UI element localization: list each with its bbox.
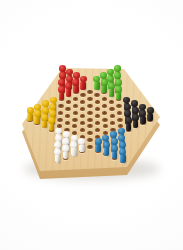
- board-hole[interactable]: [65, 121, 70, 125]
- yellow-peg-head: [48, 117, 55, 124]
- board-hole[interactable]: [73, 104, 78, 108]
- green-peg-body: [101, 85, 106, 93]
- white-peg-head: [54, 142, 61, 149]
- blue-peg-head: [119, 142, 126, 149]
- red-peg-head: [58, 86, 65, 93]
- black-peg-head: [124, 104, 131, 111]
- green-peg-body: [109, 88, 114, 96]
- board-hole[interactable]: [72, 118, 77, 122]
- black-peg-head: [132, 114, 139, 121]
- black-peg-body: [147, 113, 152, 121]
- peg-red[interactable]: [79, 76, 87, 90]
- blue-peg-body: [104, 147, 109, 155]
- white-peg-head: [63, 131, 70, 138]
- board-hole[interactable]: [87, 104, 92, 108]
- board-hole[interactable]: [95, 100, 100, 104]
- yellow-peg-head: [50, 97, 57, 104]
- blue-peg-body: [120, 154, 125, 162]
- board-hole[interactable]: [80, 121, 85, 125]
- white-peg-body: [63, 151, 68, 159]
- board-hole[interactable]: [116, 104, 121, 108]
- peg-blue[interactable]: [119, 149, 127, 163]
- board-hole[interactable]: [117, 111, 122, 115]
- board-hole[interactable]: [72, 124, 77, 128]
- green-peg-head: [115, 79, 122, 86]
- board-hole[interactable]: [87, 97, 92, 101]
- black-peg-body: [133, 120, 138, 128]
- board-hole[interactable]: [102, 118, 107, 122]
- board-hole[interactable]: [103, 124, 108, 128]
- green-peg-body: [94, 81, 99, 89]
- board-hole[interactable]: [58, 111, 63, 115]
- black-peg-head: [131, 100, 138, 107]
- peg-red[interactable]: [72, 79, 80, 93]
- board-hole[interactable]: [95, 128, 100, 132]
- blue-peg-body: [112, 151, 117, 159]
- blue-peg-body: [95, 144, 100, 152]
- blue-peg-head: [103, 142, 110, 149]
- white-peg-head: [55, 128, 62, 135]
- black-peg-head: [123, 97, 130, 104]
- board-hole[interactable]: [80, 100, 85, 104]
- board-hole[interactable]: [87, 145, 92, 149]
- white-peg-head: [71, 135, 78, 142]
- black-peg-head: [125, 117, 132, 124]
- white-peg-head: [54, 149, 61, 156]
- board-hole[interactable]: [80, 114, 85, 118]
- peg-white[interactable]: [78, 138, 86, 152]
- board-hole[interactable]: [110, 114, 115, 118]
- peg-white[interactable]: [53, 149, 61, 163]
- board-hole[interactable]: [66, 100, 71, 104]
- board-hole[interactable]: [95, 121, 100, 125]
- board-hole[interactable]: [87, 111, 92, 115]
- board-hole[interactable]: [80, 128, 85, 132]
- peg-black[interactable]: [132, 114, 140, 128]
- white-peg-head: [62, 145, 69, 152]
- peg-red[interactable]: [57, 86, 65, 100]
- board-hole[interactable]: [87, 90, 92, 94]
- peg-black[interactable]: [146, 107, 154, 121]
- yellow-peg-body: [34, 116, 39, 124]
- blue-peg-head: [95, 138, 102, 145]
- white-peg-body: [79, 144, 84, 152]
- peg-blue[interactable]: [94, 138, 102, 152]
- white-peg-body: [55, 154, 60, 162]
- board-hole[interactable]: [80, 107, 85, 111]
- board-hole[interactable]: [109, 107, 114, 111]
- peg-green[interactable]: [115, 86, 123, 100]
- board-hole[interactable]: [65, 107, 70, 111]
- green-peg-body: [116, 92, 121, 100]
- board-hole[interactable]: [80, 93, 85, 97]
- black-peg-body: [126, 123, 131, 131]
- green-peg-head: [114, 72, 121, 79]
- board-hole[interactable]: [102, 97, 107, 101]
- red-peg-body: [73, 85, 78, 93]
- board-hole[interactable]: [110, 121, 115, 125]
- peg-red[interactable]: [65, 83, 73, 97]
- yellow-peg-body: [42, 120, 47, 128]
- board-hole[interactable]: [102, 104, 107, 108]
- peg-blue[interactable]: [102, 142, 110, 156]
- red-peg-head: [65, 83, 72, 90]
- red-peg-body: [59, 92, 64, 100]
- black-peg-head: [147, 107, 154, 114]
- white-peg-body: [71, 147, 76, 155]
- blue-peg-head: [111, 138, 118, 145]
- black-peg-body: [140, 116, 145, 124]
- board-hole[interactable]: [57, 118, 62, 122]
- board-hole[interactable]: [87, 131, 92, 135]
- peg-white[interactable]: [70, 142, 78, 156]
- blue-peg-head: [111, 145, 118, 152]
- blue-peg-head: [110, 131, 117, 138]
- yellow-peg-body: [27, 113, 32, 121]
- black-peg-head: [132, 107, 139, 114]
- peg-black[interactable]: [124, 117, 132, 131]
- photo-scene: [0, 0, 183, 250]
- red-peg-head: [80, 76, 87, 83]
- board-hole[interactable]: [73, 97, 78, 101]
- board-hole[interactable]: [109, 100, 114, 104]
- holes-and-pegs-layer: [0, 0, 183, 250]
- board-hole[interactable]: [65, 114, 70, 118]
- board-hole[interactable]: [102, 111, 107, 115]
- yellow-peg-body: [49, 123, 54, 131]
- board-hole[interactable]: [73, 111, 78, 115]
- board-hole[interactable]: [117, 118, 122, 122]
- green-peg-head: [115, 86, 122, 93]
- red-peg-body: [80, 81, 85, 89]
- board-hole[interactable]: [95, 114, 100, 118]
- red-peg-body: [66, 88, 71, 96]
- peg-black[interactable]: [139, 110, 147, 124]
- black-peg-head: [139, 104, 146, 111]
- board-hole[interactable]: [87, 138, 92, 142]
- board-hole[interactable]: [58, 104, 63, 108]
- peg-white[interactable]: [62, 145, 70, 159]
- board-hole[interactable]: [87, 124, 92, 128]
- board-hole[interactable]: [94, 93, 99, 97]
- peg-blue[interactable]: [110, 145, 118, 159]
- yellow-peg-head: [49, 110, 56, 117]
- board-hole[interactable]: [87, 118, 92, 122]
- white-peg-head: [55, 135, 62, 142]
- board-hole[interactable]: [95, 107, 100, 111]
- green-peg-head: [114, 65, 121, 72]
